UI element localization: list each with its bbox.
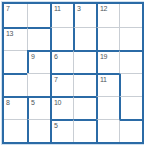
cell-r4c3[interactable]: 7 [50,73,73,96]
cell-r1c2[interactable] [27,4,50,27]
cage-sum-label-a: 7 [6,5,10,13]
cell-r6c4[interactable] [73,119,96,142]
cell-r2c1[interactable]: 13 [4,27,27,50]
cell-r5c6[interactable] [119,96,142,119]
cell-r5c2[interactable]: 5 [27,96,50,119]
cell-r2c5[interactable] [96,27,119,50]
cell-r2c3[interactable] [50,27,73,50]
cell-r4c1[interactable] [4,73,27,96]
cage-sum-label-i: 7 [54,76,58,84]
cell-r1c3[interactable]: 11 [50,4,73,27]
cell-r5c3[interactable]: 10 [50,96,73,119]
killer-sudoku-board: 71131213961971185105 [2,2,144,144]
cell-r5c4[interactable] [73,96,96,119]
cell-r4c2[interactable] [27,73,50,96]
cage-sum-label-l: 5 [31,99,35,107]
cell-r3c6[interactable] [119,50,142,73]
cage-sum-label-k: 8 [6,99,10,107]
cell-r6c2[interactable] [27,119,50,142]
cell-r3c1[interactable] [4,50,27,73]
cell-r1c4[interactable]: 3 [73,4,96,27]
cell-r1c1[interactable]: 7 [4,4,27,27]
cage-sum-label-c: 3 [77,5,81,13]
cell-r3c4[interactable] [73,50,96,73]
cage-sum-label-j: 11 [100,76,107,84]
cell-r5c1[interactable]: 8 [4,96,27,119]
cell-r4c5[interactable]: 11 [96,73,119,96]
cell-r6c1[interactable] [4,119,27,142]
cage-sum-label-g: 6 [54,53,58,61]
cell-r5c5[interactable] [96,96,119,119]
cell-r2c2[interactable] [27,27,50,50]
cage-sum-label-d: 12 [100,5,107,13]
cell-r1c5[interactable]: 12 [96,4,119,27]
cage-sum-label-h: 19 [100,53,107,61]
cage-sum-label-f: 9 [31,53,35,61]
cage-sum-label-e: 13 [6,30,13,38]
cell-r3c3[interactable]: 6 [50,50,73,73]
cell-r1c6[interactable] [119,4,142,27]
cage-sum-label-n: 5 [54,122,58,130]
killer-sudoku-screenshot: 71131213961971185105 [0,0,144,147]
cell-r3c5[interactable]: 19 [96,50,119,73]
cell-r2c4[interactable] [73,27,96,50]
cell-r4c6[interactable] [119,73,142,96]
cage-sum-label-b: 11 [54,5,61,13]
cage-sum-label-m: 10 [54,99,61,107]
cell-r6c3[interactable]: 5 [50,119,73,142]
cell-r3c2[interactable]: 9 [27,50,50,73]
cell-r6c6[interactable] [119,119,142,142]
cell-r2c6[interactable] [119,27,142,50]
cell-r6c5[interactable] [96,119,119,142]
cell-r4c4[interactable] [73,73,96,96]
